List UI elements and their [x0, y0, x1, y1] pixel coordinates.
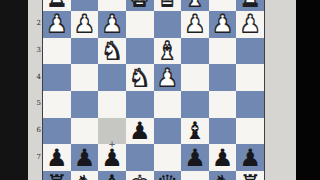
black-pawn-e6[interactable]: ♟ — [129, 118, 151, 144]
white-pawn-f2[interactable]: ♟ — [101, 11, 123, 37]
square-h6[interactable] — [43, 118, 71, 145]
white-bishop-c1[interactable]: ♝ — [184, 0, 206, 11]
square-c6[interactable]: ♝ — [181, 118, 209, 145]
square-f5[interactable] — [98, 91, 126, 118]
square-b3[interactable] — [209, 38, 237, 65]
square-b8[interactable]: ♞ — [209, 171, 237, 180]
white-pawn-b2[interactable]: ♟ — [212, 11, 234, 37]
square-e8[interactable]: ♚ — [126, 171, 154, 180]
white-knight-e4[interactable]: ♞ — [129, 65, 151, 91]
black-pawn-b7[interactable]: ♟ — [212, 145, 234, 171]
black-king-e8[interactable]: ♚ — [129, 171, 151, 180]
square-f8[interactable]: ♝ — [98, 171, 126, 180]
square-b2[interactable]: ♟ — [209, 11, 237, 38]
white-pawn-h2[interactable]: ♟ — [46, 11, 68, 37]
square-b7[interactable]: ♟ — [209, 144, 237, 171]
square-a4[interactable] — [236, 64, 264, 91]
rank-label-7: 7 — [29, 153, 41, 161]
white-pawn-d4[interactable]: ♟ — [157, 65, 179, 91]
square-b4[interactable] — [209, 64, 237, 91]
square-a3[interactable] — [236, 38, 264, 65]
black-queen-d8[interactable]: ♛ — [157, 171, 179, 180]
square-d2[interactable] — [154, 11, 182, 38]
square-e7[interactable] — [126, 144, 154, 171]
square-b6[interactable] — [209, 118, 237, 145]
square-d4[interactable]: ♟ — [154, 64, 182, 91]
square-h1[interactable]: ♜ — [43, 0, 71, 11]
square-e4[interactable]: ♞ — [126, 64, 154, 91]
square-g2[interactable]: ♟ — [71, 11, 99, 38]
white-queen-d1[interactable]: ♛ — [157, 0, 179, 11]
white-rook-a1[interactable]: ♜ — [239, 0, 261, 11]
black-pawn-h7[interactable]: ♟ — [46, 145, 68, 171]
white-rook-h1[interactable]: ♜ — [46, 0, 68, 11]
square-c8[interactable] — [181, 171, 209, 180]
square-g7[interactable]: ♟ — [71, 144, 99, 171]
square-e3[interactable] — [126, 38, 154, 65]
rank-label-2: 2 — [29, 19, 41, 27]
square-c3[interactable] — [181, 38, 209, 65]
black-pawn-g7[interactable]: ♟ — [74, 145, 96, 171]
square-c2[interactable]: ♟ — [181, 11, 209, 38]
square-f6[interactable]: + — [98, 118, 126, 145]
square-a7[interactable]: ♟ — [236, 144, 264, 171]
square-h3[interactable] — [43, 38, 71, 65]
square-d8[interactable]: ♛ — [154, 171, 182, 180]
square-h5[interactable] — [43, 91, 71, 118]
rank-label-3: 3 — [29, 46, 41, 54]
square-f3[interactable]: ♞ — [98, 38, 126, 65]
black-bishop-f8[interactable]: ♝ — [101, 171, 123, 180]
square-g1[interactable] — [71, 0, 99, 11]
square-c7[interactable]: ♟ — [181, 144, 209, 171]
square-a5[interactable] — [236, 91, 264, 118]
square-e1[interactable]: ♚ — [126, 0, 154, 11]
square-d1[interactable]: ♛ — [154, 0, 182, 11]
square-e6[interactable]: ♟ — [126, 118, 154, 145]
black-rook-h8[interactable]: ♜ — [46, 171, 68, 180]
square-g3[interactable] — [71, 38, 99, 65]
rank-label-6: 6 — [29, 126, 41, 134]
square-a2[interactable]: ♟ — [236, 11, 264, 38]
square-a8[interactable]: ♜ — [236, 171, 264, 180]
square-f1[interactable] — [98, 0, 126, 11]
square-h7[interactable]: ♟ — [43, 144, 71, 171]
right-black-bar — [296, 0, 320, 180]
white-pawn-g2[interactable]: ♟ — [74, 11, 96, 37]
white-king-e1[interactable]: ♚ — [129, 0, 151, 11]
black-knight-g8[interactable]: ♞ — [74, 171, 96, 180]
square-f2[interactable]: ♟ — [98, 11, 126, 38]
square-f4[interactable] — [98, 64, 126, 91]
square-h4[interactable] — [43, 64, 71, 91]
square-g6[interactable] — [71, 118, 99, 145]
black-pawn-c7[interactable]: ♟ — [184, 145, 206, 171]
plus-marker: + — [108, 140, 116, 149]
square-h2[interactable]: ♟ — [43, 11, 71, 38]
square-g4[interactable] — [71, 64, 99, 91]
left-black-bar — [0, 0, 28, 180]
square-d7[interactable] — [154, 144, 182, 171]
square-g5[interactable] — [71, 91, 99, 118]
square-g8[interactable]: ♞ — [71, 171, 99, 180]
square-e5[interactable] — [126, 91, 154, 118]
square-d6[interactable] — [154, 118, 182, 145]
square-h8[interactable]: ♜ — [43, 171, 71, 180]
square-e2[interactable] — [126, 11, 154, 38]
black-bishop-c6[interactable]: ♝ — [184, 118, 206, 144]
chess-board[interactable]: ♜♚♛♝♜♟♟♟♟♟♟♞♝♞♟+♟♝♟♟♟♟♟♟♜♞♝♚♛♞♜ — [42, 0, 265, 180]
square-c4[interactable] — [181, 64, 209, 91]
square-d5[interactable] — [154, 91, 182, 118]
chess-gui-screenshot: { "game": "chess", "app": { "view": "boa… — [0, 0, 320, 180]
white-pawn-c2[interactable]: ♟ — [184, 11, 206, 37]
square-c5[interactable] — [181, 91, 209, 118]
rank-label-4: 4 — [29, 73, 41, 81]
square-a1[interactable]: ♜ — [236, 0, 264, 11]
square-b5[interactable] — [209, 91, 237, 118]
black-rook-a8[interactable]: ♜ — [239, 171, 261, 180]
square-a6[interactable] — [236, 118, 264, 145]
square-b1[interactable] — [209, 0, 237, 11]
square-c1[interactable]: ♝ — [181, 0, 209, 11]
white-bishop-d3[interactable]: ♝ — [157, 38, 179, 64]
white-knight-f3[interactable]: ♞ — [101, 38, 123, 64]
black-pawn-a7[interactable]: ♟ — [239, 145, 261, 171]
black-knight-b8[interactable]: ♞ — [212, 171, 234, 180]
square-d3[interactable]: ♝ — [154, 38, 182, 65]
rank-label-5: 5 — [29, 99, 41, 107]
white-pawn-a2[interactable]: ♟ — [239, 11, 261, 37]
